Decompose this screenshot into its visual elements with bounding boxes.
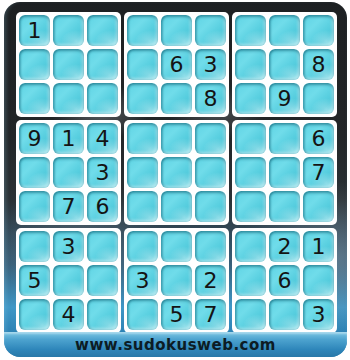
cell-r2c6[interactable]: 3 bbox=[195, 49, 226, 80]
cell-r3c1[interactable] bbox=[19, 83, 50, 114]
cell-r2c4[interactable] bbox=[127, 49, 158, 80]
cell-r9c7[interactable] bbox=[235, 299, 266, 330]
cell-r9c5[interactable]: 5 bbox=[161, 299, 192, 330]
cell-r5c9[interactable]: 7 bbox=[303, 157, 334, 188]
cell-r6c9[interactable] bbox=[303, 191, 334, 222]
cell-r3c3[interactable] bbox=[87, 83, 118, 114]
cell-r4c9[interactable]: 6 bbox=[303, 123, 334, 154]
cell-r6c4[interactable] bbox=[127, 191, 158, 222]
cell-r7c1[interactable] bbox=[19, 231, 50, 262]
cell-r4c1[interactable]: 9 bbox=[19, 123, 50, 154]
cell-r9c6[interactable]: 7 bbox=[195, 299, 226, 330]
cell-r2c1[interactable] bbox=[19, 49, 50, 80]
cell-r3c5[interactable] bbox=[161, 83, 192, 114]
cell-r4c7[interactable] bbox=[235, 123, 266, 154]
cell-r3c6[interactable]: 8 bbox=[195, 83, 226, 114]
cell-r1c4[interactable] bbox=[127, 15, 158, 46]
cell-r7c2[interactable]: 3 bbox=[53, 231, 84, 262]
box-r3c3: 2163 bbox=[232, 228, 337, 333]
cell-r1c2[interactable] bbox=[53, 15, 84, 46]
cell-r1c3[interactable] bbox=[87, 15, 118, 46]
cell-r2c3[interactable] bbox=[87, 49, 118, 80]
cell-r1c5[interactable] bbox=[161, 15, 192, 46]
cell-r6c8[interactable] bbox=[269, 191, 300, 222]
cell-r3c4[interactable] bbox=[127, 83, 158, 114]
box-r1c1: 1 bbox=[16, 12, 121, 117]
box-r2c2 bbox=[124, 120, 229, 225]
cell-r4c3[interactable]: 4 bbox=[87, 123, 118, 154]
cell-r3c8[interactable]: 9 bbox=[269, 83, 300, 114]
cell-r9c3[interactable] bbox=[87, 299, 118, 330]
cell-r7c8[interactable]: 2 bbox=[269, 231, 300, 262]
cell-r6c1[interactable] bbox=[19, 191, 50, 222]
box-r2c1: 914376 bbox=[16, 120, 121, 225]
cell-r7c3[interactable] bbox=[87, 231, 118, 262]
cell-r8c4[interactable]: 3 bbox=[127, 265, 158, 296]
cell-r5c1[interactable] bbox=[19, 157, 50, 188]
cell-r3c9[interactable] bbox=[303, 83, 334, 114]
cell-r6c3[interactable]: 6 bbox=[87, 191, 118, 222]
cell-r3c7[interactable] bbox=[235, 83, 266, 114]
cell-r3c2[interactable] bbox=[53, 83, 84, 114]
cell-r8c6[interactable]: 2 bbox=[195, 265, 226, 296]
cell-r9c8[interactable] bbox=[269, 299, 300, 330]
cell-r2c9[interactable]: 8 bbox=[303, 49, 334, 80]
cell-r6c5[interactable] bbox=[161, 191, 192, 222]
box-r3c1: 354 bbox=[16, 228, 121, 333]
cell-r9c4[interactable] bbox=[127, 299, 158, 330]
cell-r6c7[interactable] bbox=[235, 191, 266, 222]
box-r3c2: 3257 bbox=[124, 228, 229, 333]
footer-bar: www.sudokusweb.com bbox=[4, 332, 347, 357]
cell-r8c7[interactable] bbox=[235, 265, 266, 296]
cell-r4c8[interactable] bbox=[269, 123, 300, 154]
cell-r9c9[interactable]: 3 bbox=[303, 299, 334, 330]
cell-r1c9[interactable] bbox=[303, 15, 334, 46]
cell-r5c6[interactable] bbox=[195, 157, 226, 188]
page: 1638899143766735432572163 www.sudokusweb… bbox=[0, 0, 350, 360]
cell-r8c3[interactable] bbox=[87, 265, 118, 296]
cell-r4c2[interactable]: 1 bbox=[53, 123, 84, 154]
box-r1c3: 89 bbox=[232, 12, 337, 117]
cell-r5c7[interactable] bbox=[235, 157, 266, 188]
cell-r1c6[interactable] bbox=[195, 15, 226, 46]
box-r2c3: 67 bbox=[232, 120, 337, 225]
cell-r6c6[interactable] bbox=[195, 191, 226, 222]
cell-r5c5[interactable] bbox=[161, 157, 192, 188]
cell-r4c5[interactable] bbox=[161, 123, 192, 154]
cell-r2c7[interactable] bbox=[235, 49, 266, 80]
cell-r8c1[interactable]: 5 bbox=[19, 265, 50, 296]
cell-r9c1[interactable] bbox=[19, 299, 50, 330]
site-url-link[interactable]: www.sudokusweb.com bbox=[75, 336, 276, 354]
cell-r8c2[interactable] bbox=[53, 265, 84, 296]
cell-r5c3[interactable]: 3 bbox=[87, 157, 118, 188]
cell-r7c7[interactable] bbox=[235, 231, 266, 262]
sudoku-board: 1638899143766735432572163 bbox=[16, 12, 337, 333]
cell-r9c2[interactable]: 4 bbox=[53, 299, 84, 330]
cell-r5c4[interactable] bbox=[127, 157, 158, 188]
cell-r1c8[interactable] bbox=[269, 15, 300, 46]
cell-r6c2[interactable]: 7 bbox=[53, 191, 84, 222]
cell-r7c9[interactable]: 1 bbox=[303, 231, 334, 262]
cell-r1c1[interactable]: 1 bbox=[19, 15, 50, 46]
box-r1c2: 638 bbox=[124, 12, 229, 117]
cell-r7c6[interactable] bbox=[195, 231, 226, 262]
cell-r2c5[interactable]: 6 bbox=[161, 49, 192, 80]
cell-r7c4[interactable] bbox=[127, 231, 158, 262]
cell-r5c2[interactable] bbox=[53, 157, 84, 188]
board-frame: 1638899143766735432572163 www.sudokusweb… bbox=[4, 2, 347, 357]
cell-r4c6[interactable] bbox=[195, 123, 226, 154]
cell-r5c8[interactable] bbox=[269, 157, 300, 188]
cell-r8c9[interactable] bbox=[303, 265, 334, 296]
cell-r2c8[interactable] bbox=[269, 49, 300, 80]
cell-r7c5[interactable] bbox=[161, 231, 192, 262]
cell-r8c5[interactable] bbox=[161, 265, 192, 296]
cell-r2c2[interactable] bbox=[53, 49, 84, 80]
cell-r8c8[interactable]: 6 bbox=[269, 265, 300, 296]
cell-r4c4[interactable] bbox=[127, 123, 158, 154]
cell-r1c7[interactable] bbox=[235, 15, 266, 46]
